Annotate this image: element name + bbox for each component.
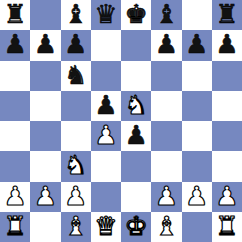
square-h4[interactable] [212, 121, 242, 151]
black-pawn-icon: ♟ [215, 31, 238, 57]
square-e5[interactable]: ♞ [121, 91, 151, 121]
square-d7[interactable] [91, 30, 121, 60]
black-knight-icon: ♞ [64, 62, 87, 88]
white-king-icon: ♚ [124, 213, 147, 239]
square-f3[interactable] [151, 151, 181, 181]
white-pawn-icon: ♟ [215, 183, 238, 209]
black-pawn-icon: ♟ [3, 31, 26, 57]
square-h8[interactable]: ♜ [212, 0, 242, 30]
square-b4[interactable] [30, 121, 60, 151]
square-f5[interactable] [151, 91, 181, 121]
square-a3[interactable] [0, 151, 30, 181]
square-h6[interactable] [212, 61, 242, 91]
white-queen-icon: ♛ [94, 213, 117, 239]
black-pawn-icon: ♟ [155, 31, 178, 57]
square-e3[interactable] [121, 151, 151, 181]
white-pawn-icon: ♟ [185, 183, 208, 209]
square-c8[interactable]: ♝ [61, 0, 91, 30]
chess-board: ♜♝♛♚♝♜♟♟♟♟♟♟♞♟♞♟♟♞♟♟♟♟♟♟♜♝♛♚♝♜ [0, 0, 242, 242]
square-a2[interactable]: ♟ [0, 182, 30, 212]
square-g1[interactable] [182, 212, 212, 242]
square-g5[interactable] [182, 91, 212, 121]
white-pawn-icon: ♟ [34, 183, 57, 209]
square-f1[interactable]: ♝ [151, 212, 181, 242]
square-c2[interactable]: ♟ [61, 182, 91, 212]
square-e1[interactable]: ♚ [121, 212, 151, 242]
black-pawn-icon: ♟ [34, 31, 57, 57]
black-pawn-icon: ♟ [185, 31, 208, 57]
white-knight-icon: ♞ [124, 92, 147, 118]
white-pawn-icon: ♟ [94, 122, 117, 148]
square-b1[interactable] [30, 212, 60, 242]
square-h7[interactable]: ♟ [212, 30, 242, 60]
white-bishop-icon: ♝ [64, 213, 87, 239]
square-b3[interactable] [30, 151, 60, 181]
white-bishop-icon: ♝ [155, 213, 178, 239]
black-bishop-icon: ♝ [64, 1, 87, 27]
square-a6[interactable] [0, 61, 30, 91]
square-b7[interactable]: ♟ [30, 30, 60, 60]
square-b2[interactable]: ♟ [30, 182, 60, 212]
square-d4[interactable]: ♟ [91, 121, 121, 151]
square-c5[interactable] [61, 91, 91, 121]
square-f2[interactable]: ♟ [151, 182, 181, 212]
white-rook-icon: ♜ [3, 213, 26, 239]
square-h1[interactable]: ♜ [212, 212, 242, 242]
square-g3[interactable] [182, 151, 212, 181]
square-g4[interactable] [182, 121, 212, 151]
square-b6[interactable] [30, 61, 60, 91]
black-pawn-icon: ♟ [124, 122, 147, 148]
square-a7[interactable]: ♟ [0, 30, 30, 60]
black-rook-icon: ♜ [3, 1, 26, 27]
black-pawn-icon: ♟ [94, 92, 117, 118]
black-pawn-icon: ♟ [64, 31, 87, 57]
square-f7[interactable]: ♟ [151, 30, 181, 60]
black-queen-icon: ♛ [94, 1, 117, 27]
square-h5[interactable] [212, 91, 242, 121]
square-e8[interactable]: ♚ [121, 0, 151, 30]
square-d5[interactable]: ♟ [91, 91, 121, 121]
square-e2[interactable] [121, 182, 151, 212]
black-bishop-icon: ♝ [155, 1, 178, 27]
square-f6[interactable] [151, 61, 181, 91]
square-c7[interactable]: ♟ [61, 30, 91, 60]
square-a5[interactable] [0, 91, 30, 121]
square-c4[interactable] [61, 121, 91, 151]
square-h2[interactable]: ♟ [212, 182, 242, 212]
white-knight-icon: ♞ [64, 152, 87, 178]
square-f4[interactable] [151, 121, 181, 151]
square-c6[interactable]: ♞ [61, 61, 91, 91]
square-d3[interactable] [91, 151, 121, 181]
square-d1[interactable]: ♛ [91, 212, 121, 242]
square-c3[interactable]: ♞ [61, 151, 91, 181]
square-c1[interactable]: ♝ [61, 212, 91, 242]
square-d8[interactable]: ♛ [91, 0, 121, 30]
square-d2[interactable] [91, 182, 121, 212]
square-d6[interactable] [91, 61, 121, 91]
square-a1[interactable]: ♜ [0, 212, 30, 242]
square-g7[interactable]: ♟ [182, 30, 212, 60]
square-g6[interactable] [182, 61, 212, 91]
square-b5[interactable] [30, 91, 60, 121]
white-pawn-icon: ♟ [64, 183, 87, 209]
white-rook-icon: ♜ [215, 213, 238, 239]
square-g2[interactable]: ♟ [182, 182, 212, 212]
square-e7[interactable] [121, 30, 151, 60]
square-a8[interactable]: ♜ [0, 0, 30, 30]
square-e4[interactable]: ♟ [121, 121, 151, 151]
white-pawn-icon: ♟ [155, 183, 178, 209]
square-g8[interactable] [182, 0, 212, 30]
square-e6[interactable] [121, 61, 151, 91]
square-a4[interactable] [0, 121, 30, 151]
square-f8[interactable]: ♝ [151, 0, 181, 30]
white-pawn-icon: ♟ [3, 183, 26, 209]
square-b8[interactable] [30, 0, 60, 30]
black-rook-icon: ♜ [215, 1, 238, 27]
square-h3[interactable] [212, 151, 242, 181]
black-king-icon: ♚ [124, 1, 147, 27]
